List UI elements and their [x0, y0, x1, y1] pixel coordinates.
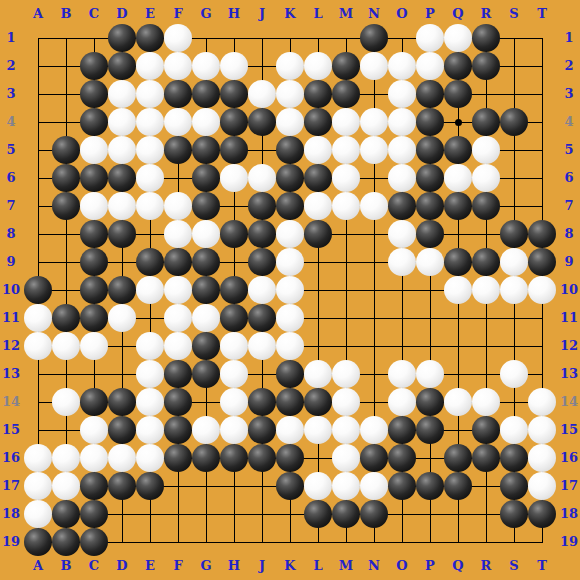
white-stone: [444, 388, 472, 416]
white-stone: [360, 52, 388, 80]
black-stone: [416, 108, 444, 136]
black-stone: [192, 444, 220, 472]
black-stone: [136, 24, 164, 52]
black-stone: [136, 248, 164, 276]
row-label: 14: [558, 395, 580, 409]
row-label: 2: [0, 59, 22, 73]
black-stone: [248, 220, 276, 248]
column-label: K: [279, 7, 301, 21]
black-stone: [220, 220, 248, 248]
column-label: T: [531, 7, 553, 21]
black-stone: [500, 444, 528, 472]
white-stone: [388, 164, 416, 192]
black-stone: [416, 388, 444, 416]
black-stone: [332, 52, 360, 80]
white-stone: [388, 80, 416, 108]
black-stone: [388, 472, 416, 500]
column-label: L: [307, 7, 329, 21]
black-stone: [472, 52, 500, 80]
white-stone: [276, 80, 304, 108]
black-stone: [80, 248, 108, 276]
column-label: F: [167, 559, 189, 573]
white-stone: [528, 388, 556, 416]
black-stone: [360, 500, 388, 528]
black-stone: [388, 192, 416, 220]
black-stone: [416, 164, 444, 192]
white-stone: [500, 360, 528, 388]
white-stone: [360, 472, 388, 500]
black-stone: [416, 220, 444, 248]
row-label: 4: [0, 115, 22, 129]
black-stone: [52, 136, 80, 164]
white-stone: [276, 416, 304, 444]
black-stone: [164, 248, 192, 276]
black-stone: [472, 416, 500, 444]
black-stone: [388, 416, 416, 444]
white-stone: [108, 136, 136, 164]
row-label: 19: [558, 535, 580, 549]
white-stone: [332, 164, 360, 192]
row-label: 11: [558, 311, 580, 325]
white-stone: [276, 220, 304, 248]
white-stone: [24, 332, 52, 360]
black-stone: [444, 52, 472, 80]
white-stone: [304, 192, 332, 220]
white-stone: [108, 304, 136, 332]
black-stone: [220, 108, 248, 136]
white-stone: [444, 24, 472, 52]
black-stone: [276, 136, 304, 164]
white-stone: [220, 388, 248, 416]
white-stone: [108, 192, 136, 220]
black-stone: [192, 276, 220, 304]
row-label: 19: [0, 535, 22, 549]
column-label: F: [167, 7, 189, 21]
white-stone: [192, 52, 220, 80]
white-stone: [136, 52, 164, 80]
white-stone: [248, 80, 276, 108]
black-stone: [528, 220, 556, 248]
black-stone: [192, 248, 220, 276]
white-stone: [136, 136, 164, 164]
column-label: H: [223, 559, 245, 573]
black-stone: [52, 164, 80, 192]
column-label: K: [279, 559, 301, 573]
column-label: N: [363, 559, 385, 573]
black-stone: [192, 332, 220, 360]
black-stone: [80, 528, 108, 556]
black-stone: [444, 136, 472, 164]
white-stone: [332, 360, 360, 388]
white-stone: [220, 332, 248, 360]
row-label: 15: [558, 423, 580, 437]
row-label: 18: [0, 507, 22, 521]
black-stone: [80, 304, 108, 332]
white-stone: [136, 108, 164, 136]
black-stone: [192, 164, 220, 192]
black-stone: [220, 444, 248, 472]
black-stone: [164, 136, 192, 164]
white-stone: [220, 360, 248, 388]
white-stone: [332, 192, 360, 220]
column-label: D: [111, 559, 133, 573]
black-stone: [304, 220, 332, 248]
white-stone: [388, 388, 416, 416]
white-stone: [276, 332, 304, 360]
column-label: B: [55, 7, 77, 21]
white-stone: [444, 276, 472, 304]
column-label: E: [139, 7, 161, 21]
white-stone: [528, 444, 556, 472]
black-stone: [472, 248, 500, 276]
row-label: 18: [558, 507, 580, 521]
column-label: G: [195, 559, 217, 573]
black-stone: [248, 192, 276, 220]
black-stone: [276, 444, 304, 472]
row-label: 5: [558, 143, 580, 157]
white-stone: [444, 164, 472, 192]
white-stone: [276, 52, 304, 80]
black-stone: [444, 192, 472, 220]
white-stone: [472, 388, 500, 416]
column-label: C: [83, 559, 105, 573]
black-stone: [416, 80, 444, 108]
white-stone: [332, 472, 360, 500]
white-stone: [332, 388, 360, 416]
white-stone: [388, 220, 416, 248]
white-stone: [164, 332, 192, 360]
column-label: P: [419, 559, 441, 573]
column-label: A: [27, 559, 49, 573]
white-stone: [52, 388, 80, 416]
black-stone: [108, 164, 136, 192]
column-label: A: [27, 7, 49, 21]
black-stone: [220, 136, 248, 164]
column-label: Q: [447, 559, 469, 573]
white-stone: [24, 500, 52, 528]
column-label: O: [391, 559, 413, 573]
black-stone: [80, 164, 108, 192]
column-label: P: [419, 7, 441, 21]
black-stone: [528, 500, 556, 528]
white-stone: [416, 248, 444, 276]
black-stone: [332, 80, 360, 108]
black-stone: [444, 248, 472, 276]
row-label: 10: [0, 283, 22, 297]
go-board: AABBCCDDEEFFGGHHJJKKLLMMNNOOPPQQRRSSTT11…: [0, 0, 580, 580]
black-stone: [220, 276, 248, 304]
row-label: 1: [0, 31, 22, 45]
row-label: 7: [558, 199, 580, 213]
white-stone: [80, 192, 108, 220]
white-stone: [332, 136, 360, 164]
black-stone: [192, 80, 220, 108]
white-stone: [388, 108, 416, 136]
white-stone: [360, 136, 388, 164]
black-stone: [248, 248, 276, 276]
black-stone: [416, 472, 444, 500]
white-stone: [192, 304, 220, 332]
black-stone: [472, 192, 500, 220]
row-label: 13: [558, 367, 580, 381]
row-label: 6: [0, 171, 22, 185]
column-label: D: [111, 7, 133, 21]
column-label: N: [363, 7, 385, 21]
white-stone: [472, 136, 500, 164]
black-stone: [304, 80, 332, 108]
white-stone: [136, 360, 164, 388]
white-stone: [304, 416, 332, 444]
black-stone: [248, 388, 276, 416]
white-stone: [276, 276, 304, 304]
black-stone: [52, 500, 80, 528]
black-stone: [304, 500, 332, 528]
row-label: 6: [558, 171, 580, 185]
column-label: M: [335, 7, 357, 21]
black-stone: [80, 500, 108, 528]
white-stone: [108, 80, 136, 108]
white-stone: [304, 52, 332, 80]
white-stone: [164, 220, 192, 248]
black-stone: [416, 136, 444, 164]
white-stone: [164, 276, 192, 304]
row-label: 5: [0, 143, 22, 157]
white-stone: [108, 108, 136, 136]
black-stone: [416, 192, 444, 220]
column-label: O: [391, 7, 413, 21]
row-label: 13: [0, 367, 22, 381]
black-stone: [108, 472, 136, 500]
black-stone: [248, 108, 276, 136]
white-stone: [136, 332, 164, 360]
column-label: M: [335, 559, 357, 573]
column-label: J: [251, 7, 273, 21]
white-stone: [164, 52, 192, 80]
white-stone: [332, 416, 360, 444]
white-stone: [472, 164, 500, 192]
white-stone: [192, 108, 220, 136]
white-stone: [80, 332, 108, 360]
white-stone: [388, 360, 416, 388]
black-stone: [52, 528, 80, 556]
white-stone: [80, 444, 108, 472]
row-label: 12: [0, 339, 22, 353]
row-label: 7: [0, 199, 22, 213]
column-label: L: [307, 559, 329, 573]
row-label: 16: [0, 451, 22, 465]
white-stone: [164, 24, 192, 52]
white-stone: [24, 444, 52, 472]
white-stone: [248, 332, 276, 360]
column-label: T: [531, 559, 553, 573]
black-stone: [108, 52, 136, 80]
white-stone: [388, 52, 416, 80]
black-stone: [108, 416, 136, 444]
white-stone: [192, 220, 220, 248]
white-stone: [500, 416, 528, 444]
white-stone: [276, 304, 304, 332]
black-stone: [500, 472, 528, 500]
white-stone: [52, 472, 80, 500]
white-stone: [248, 164, 276, 192]
row-label: 16: [558, 451, 580, 465]
white-stone: [276, 108, 304, 136]
white-stone: [136, 276, 164, 304]
row-label: 17: [0, 479, 22, 493]
black-stone: [164, 80, 192, 108]
black-stone: [80, 276, 108, 304]
column-label: C: [83, 7, 105, 21]
black-stone: [80, 220, 108, 248]
row-label: 17: [558, 479, 580, 493]
white-stone: [136, 80, 164, 108]
black-stone: [304, 388, 332, 416]
black-stone: [304, 108, 332, 136]
white-stone: [136, 444, 164, 472]
row-label: 11: [0, 311, 22, 325]
black-stone: [24, 276, 52, 304]
black-stone: [164, 444, 192, 472]
column-label: R: [475, 559, 497, 573]
white-stone: [164, 304, 192, 332]
white-stone: [24, 304, 52, 332]
black-stone: [108, 276, 136, 304]
black-stone: [192, 136, 220, 164]
white-stone: [164, 108, 192, 136]
black-stone: [472, 444, 500, 472]
row-label: 1: [558, 31, 580, 45]
black-stone: [472, 24, 500, 52]
black-stone: [220, 304, 248, 332]
black-stone: [388, 444, 416, 472]
white-stone: [304, 136, 332, 164]
white-stone: [52, 444, 80, 472]
white-stone: [472, 276, 500, 304]
black-stone: [192, 192, 220, 220]
black-stone: [248, 416, 276, 444]
white-stone: [164, 192, 192, 220]
black-stone: [276, 164, 304, 192]
row-label: 9: [0, 255, 22, 269]
black-stone: [248, 444, 276, 472]
white-stone: [24, 472, 52, 500]
black-stone: [52, 192, 80, 220]
row-label: 12: [558, 339, 580, 353]
column-label: E: [139, 559, 161, 573]
black-stone: [80, 80, 108, 108]
black-stone: [500, 500, 528, 528]
row-label: 8: [0, 227, 22, 241]
white-stone: [500, 276, 528, 304]
white-stone: [416, 52, 444, 80]
black-stone: [52, 304, 80, 332]
black-stone: [276, 388, 304, 416]
row-label: 15: [0, 423, 22, 437]
black-stone: [500, 220, 528, 248]
white-stone: [388, 248, 416, 276]
white-stone: [388, 136, 416, 164]
white-stone: [108, 444, 136, 472]
row-label: 3: [558, 87, 580, 101]
row-label: 14: [0, 395, 22, 409]
black-stone: [192, 360, 220, 388]
white-stone: [416, 24, 444, 52]
column-label: R: [475, 7, 497, 21]
white-stone: [332, 108, 360, 136]
black-stone: [472, 108, 500, 136]
black-stone: [276, 192, 304, 220]
black-stone: [444, 444, 472, 472]
black-stone: [416, 416, 444, 444]
black-stone: [360, 444, 388, 472]
star-point: [455, 119, 462, 126]
black-stone: [332, 500, 360, 528]
white-stone: [528, 416, 556, 444]
row-label: 2: [558, 59, 580, 73]
black-stone: [164, 388, 192, 416]
black-stone: [80, 52, 108, 80]
black-stone: [108, 220, 136, 248]
black-stone: [80, 388, 108, 416]
white-stone: [136, 164, 164, 192]
black-stone: [80, 472, 108, 500]
white-stone: [52, 332, 80, 360]
black-stone: [80, 108, 108, 136]
black-stone: [136, 472, 164, 500]
white-stone: [332, 444, 360, 472]
white-stone: [220, 164, 248, 192]
row-label: 4: [558, 115, 580, 129]
black-stone: [164, 360, 192, 388]
white-stone: [220, 416, 248, 444]
white-stone: [528, 472, 556, 500]
white-stone: [80, 416, 108, 444]
black-stone: [276, 472, 304, 500]
white-stone: [136, 388, 164, 416]
white-stone: [136, 416, 164, 444]
white-stone: [136, 192, 164, 220]
black-stone: [444, 472, 472, 500]
column-label: S: [503, 7, 525, 21]
row-label: 9: [558, 255, 580, 269]
white-stone: [360, 416, 388, 444]
white-stone: [80, 136, 108, 164]
black-stone: [528, 248, 556, 276]
black-stone: [164, 416, 192, 444]
black-stone: [304, 164, 332, 192]
black-stone: [360, 24, 388, 52]
column-label: S: [503, 559, 525, 573]
black-stone: [108, 24, 136, 52]
row-label: 8: [558, 227, 580, 241]
row-label: 10: [558, 283, 580, 297]
black-stone: [220, 80, 248, 108]
white-stone: [276, 248, 304, 276]
column-label: G: [195, 7, 217, 21]
black-stone: [276, 360, 304, 388]
white-stone: [304, 472, 332, 500]
row-label: 3: [0, 87, 22, 101]
black-stone: [500, 108, 528, 136]
black-stone: [248, 304, 276, 332]
white-stone: [500, 248, 528, 276]
white-stone: [192, 416, 220, 444]
white-stone: [360, 108, 388, 136]
white-stone: [248, 276, 276, 304]
column-label: H: [223, 7, 245, 21]
black-stone: [24, 528, 52, 556]
white-stone: [220, 52, 248, 80]
